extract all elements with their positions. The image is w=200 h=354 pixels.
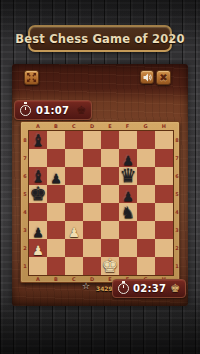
white-pawn[interactable]: ♟ [65,215,83,239]
ranks-right: 87654321 [173,131,181,275]
chess-board: ABCDEFGH 87654321 ♝♟♝♟♛♚♟♞♟♟♟♚ 87654321 … [20,121,180,283]
square-h4[interactable] [155,203,173,221]
file-label: D [90,277,94,282]
app-title: Best Chess Game of 2020 [15,32,185,46]
file-label: B [54,277,58,282]
rank-label: 2 [175,246,178,251]
close-button[interactable]: ✖ [156,70,171,85]
rank-label: 4 [175,210,178,215]
square-d5[interactable] [83,185,101,203]
sound-button[interactable] [140,70,154,84]
square-b8[interactable] [47,131,65,149]
square-h5[interactable] [155,185,173,203]
black-timer: 01:07 ♚ [14,100,92,120]
black-bishop[interactable]: ♝ [29,125,47,149]
square-c8[interactable] [65,131,83,149]
square-c7[interactable] [65,149,83,167]
rank-label: 5 [175,192,178,197]
rank-label: 4 [23,210,26,215]
square-f2[interactable] [119,239,137,257]
square-c5[interactable] [65,185,83,203]
square-c6[interactable] [65,167,83,185]
rank-label: 8 [23,138,26,143]
rank-label: 6 [23,174,26,179]
square-b4[interactable] [47,203,65,221]
rank-label: 3 [23,228,26,233]
square-g7[interactable] [137,149,155,167]
file-label: F [126,124,129,129]
square-d7[interactable] [83,149,101,167]
square-h1[interactable] [155,257,173,275]
square-h3[interactable] [155,221,173,239]
square-e6[interactable] [101,167,119,185]
square-c2[interactable] [65,239,83,257]
file-label: B [54,124,58,129]
square-b3[interactable] [47,221,65,239]
corner [173,122,181,131]
square-g4[interactable] [137,203,155,221]
square-g8[interactable] [137,131,155,149]
square-e7[interactable] [101,149,119,167]
app-window: Best Chess Game of 2020 ✖ [0,0,200,354]
rank-label: 2 [23,246,26,251]
rank-label: 6 [175,174,178,179]
square-g5[interactable] [137,185,155,203]
square-b2[interactable] [47,239,65,257]
speaker-icon [143,73,152,82]
white-king[interactable]: ♚ [101,251,119,275]
white-timer: 02:37 ♚ [112,279,186,298]
square-h8[interactable] [155,131,173,149]
square-d8[interactable] [83,131,101,149]
square-e3[interactable] [101,221,119,239]
square-d1[interactable] [83,257,101,275]
corner [21,122,29,131]
rank-label: 8 [175,138,178,143]
square-b5[interactable] [47,185,65,203]
square-g1[interactable] [137,257,155,275]
square-d2[interactable] [83,239,101,257]
ranks-left: 87654321 [21,131,29,275]
white-time: 02:37 [133,283,166,294]
file-label: A [36,277,40,282]
file-label: H [162,124,166,129]
square-h6[interactable] [155,167,173,185]
square-e8[interactable] [101,131,119,149]
title-banner: Best Chess Game of 2020 [28,25,172,52]
square-d3[interactable] [83,221,101,239]
file-label: C [72,277,76,282]
star-icon: ☆ [82,282,90,291]
square-g6[interactable] [137,167,155,185]
square-g2[interactable] [137,239,155,257]
file-label: G [143,124,147,129]
black-time: 01:07 [36,105,69,116]
rank-label: 1 [23,264,26,269]
white-king-badge-icon: ♚ [170,283,180,294]
rank-label: 1 [175,264,178,269]
rank-label: 7 [23,156,26,161]
files-top: ABCDEFGH [29,122,173,131]
close-icon: ✖ [159,73,167,83]
black-king-badge-icon: ♚ [76,105,86,116]
fullscreen-arrows-icon [27,73,36,82]
square-d6[interactable] [83,167,101,185]
square-h7[interactable] [155,149,173,167]
white-pawn[interactable]: ♟ [29,233,47,257]
square-d4[interactable] [83,203,101,221]
square-f3[interactable] [119,221,137,239]
stopwatch-icon [20,105,31,116]
square-g3[interactable] [137,221,155,239]
square-e4[interactable] [101,203,119,221]
file-label: D [90,124,94,129]
black-pawn[interactable]: ♟ [47,161,65,185]
board-grid: ♝♟♝♟♛♚♟♞♟♟♟♚ [29,131,173,275]
rank-label: 5 [23,192,26,197]
square-h2[interactable] [155,239,173,257]
square-e5[interactable] [101,185,119,203]
rank-label: 3 [175,228,178,233]
stopwatch-icon [118,283,129,294]
black-king[interactable]: ♚ [29,179,47,203]
fullscreen-button[interactable] [24,70,39,85]
file-label: E [108,124,111,129]
file-label: C [72,124,76,129]
rank-label: 7 [175,156,178,161]
square-a1[interactable] [29,257,47,275]
corner [21,275,29,284]
square-c1[interactable] [65,257,83,275]
star-count: 3429 [96,285,113,292]
square-b1[interactable] [47,257,65,275]
black-knight[interactable]: ♞ [119,197,137,221]
square-f1[interactable] [119,257,137,275]
